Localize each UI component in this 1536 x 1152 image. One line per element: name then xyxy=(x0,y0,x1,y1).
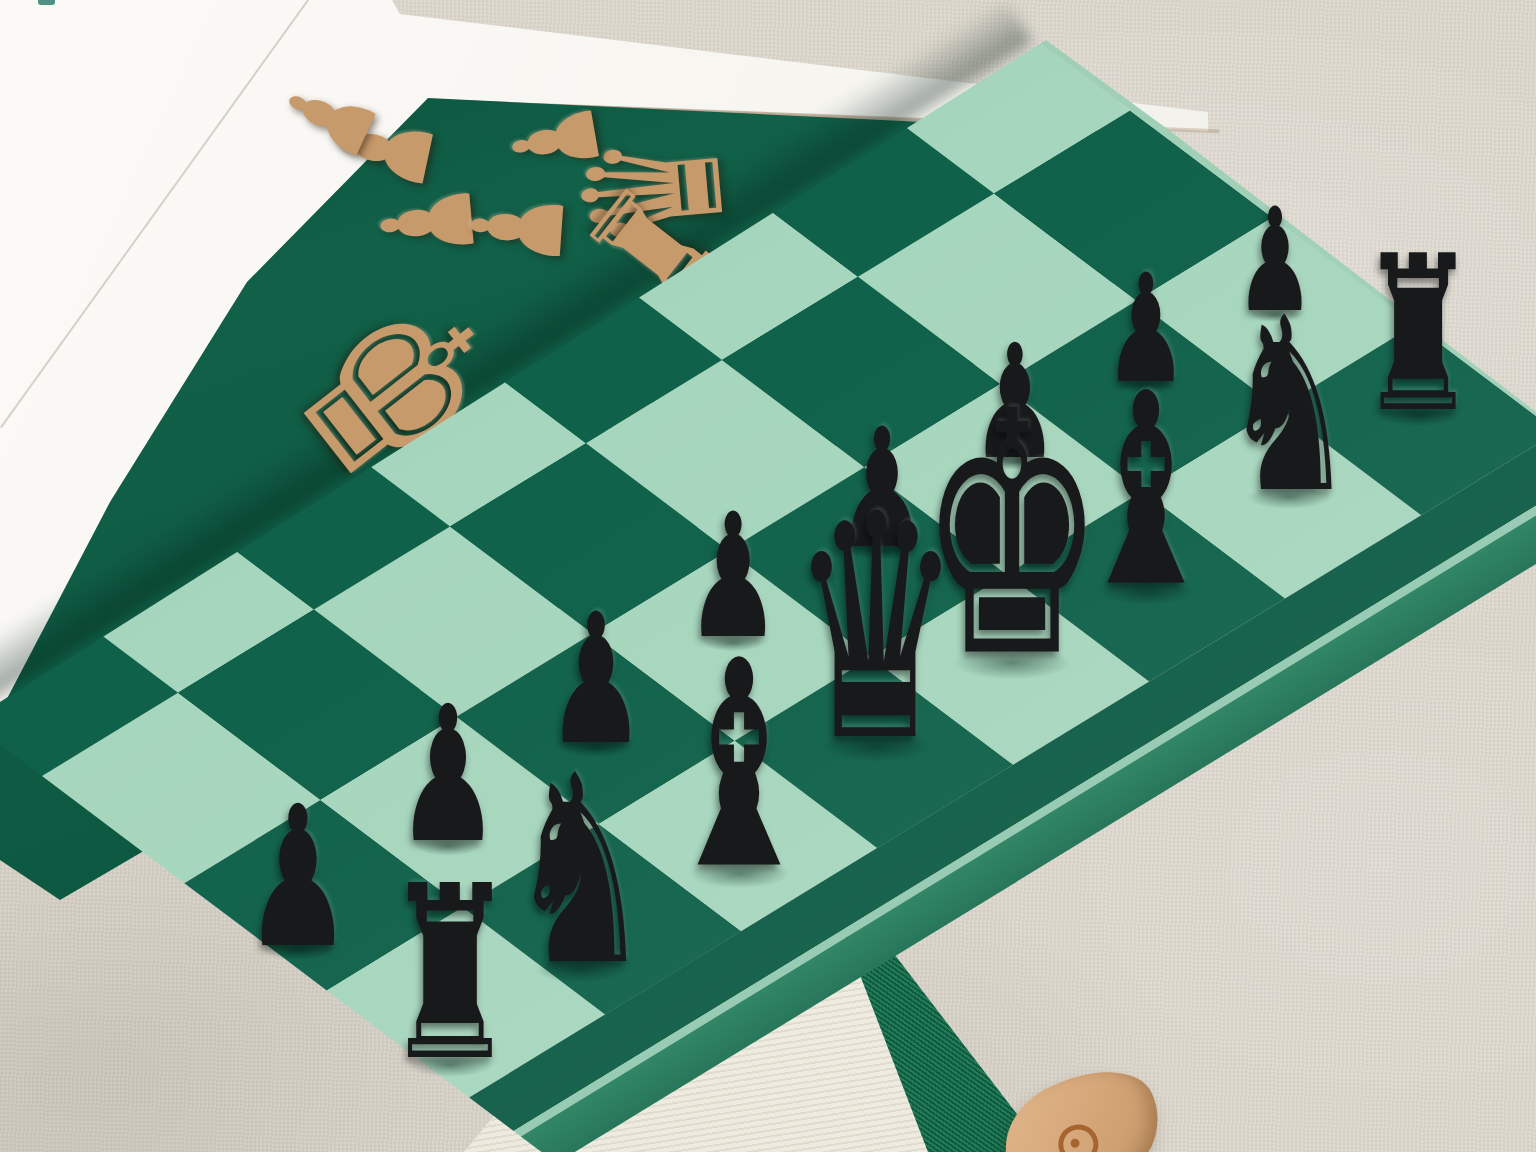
black-knight-b8[interactable]: ♞ xyxy=(508,741,653,1001)
black-rook-h8[interactable]: ♜ xyxy=(1358,227,1478,442)
box-logo-mark xyxy=(38,0,55,5)
knight-eye-icon xyxy=(1052,1118,1105,1152)
black-rook-a8[interactable]: ♜ xyxy=(383,854,516,1094)
wood-pawn-in-tray[interactable]: ♟ xyxy=(278,61,381,176)
black-bishop-c8[interactable]: ♝ xyxy=(660,624,818,909)
black-knight-g8[interactable]: ♞ xyxy=(1222,286,1355,526)
wood-pawn-in-tray[interactable]: ♟ xyxy=(504,83,607,198)
black-pawn-a7[interactable]: ♟ xyxy=(244,780,352,975)
